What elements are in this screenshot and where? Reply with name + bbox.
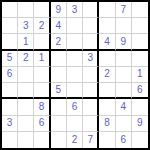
cell-r3c1[interactable]: [2, 34, 18, 50]
cell-r6c3[interactable]: [34, 83, 50, 99]
cell-r3c9[interactable]: [132, 34, 148, 50]
cell-r8c3[interactable]: 6: [34, 116, 50, 132]
cell-r2c7[interactable]: [99, 18, 115, 34]
cell-r5c3[interactable]: [34, 67, 50, 83]
cell-r4c7[interactable]: [99, 51, 115, 67]
cell-r2c5[interactable]: [67, 18, 83, 34]
cell-r4c3[interactable]: 1: [34, 51, 50, 67]
cell-r4c4[interactable]: [51, 51, 67, 67]
cell-r6c5[interactable]: [67, 83, 83, 99]
cell-r4c6[interactable]: 3: [83, 51, 99, 67]
cell-r7c8[interactable]: 4: [116, 99, 132, 115]
cell-r7c9[interactable]: [132, 99, 148, 115]
cell-r9c9[interactable]: [132, 132, 148, 148]
cell-r9c5[interactable]: 2: [67, 132, 83, 148]
cell-r4c8[interactable]: [116, 51, 132, 67]
cell-r4c5[interactable]: [67, 51, 83, 67]
cell-r5c7[interactable]: 2: [99, 67, 115, 83]
cell-r8c2[interactable]: [18, 116, 34, 132]
cell-r1c6[interactable]: [83, 2, 99, 18]
cell-r2c8[interactable]: [116, 18, 132, 34]
cell-r3c4[interactable]: 2: [51, 34, 67, 50]
cell-r9c8[interactable]: 6: [116, 132, 132, 148]
cell-r1c9[interactable]: [132, 2, 148, 18]
cell-r3c2[interactable]: 1: [18, 34, 34, 50]
cell-r5c2[interactable]: [18, 67, 34, 83]
cell-r2c1[interactable]: [2, 18, 18, 34]
cell-r4c1[interactable]: 5: [2, 51, 18, 67]
cell-r2c9[interactable]: [132, 18, 148, 34]
cell-r9c7[interactable]: [99, 132, 115, 148]
cell-r6c2[interactable]: [18, 83, 34, 99]
cell-r5c6[interactable]: [83, 67, 99, 83]
cell-r7c1[interactable]: [2, 99, 18, 115]
cell-r1c3[interactable]: [34, 2, 50, 18]
cell-r1c8[interactable]: 7: [116, 2, 132, 18]
cell-r6c8[interactable]: [116, 83, 132, 99]
cell-r5c5[interactable]: [67, 67, 83, 83]
cell-r8c6[interactable]: [83, 116, 99, 132]
cell-r5c1[interactable]: 6: [2, 67, 18, 83]
cell-r8c4[interactable]: [51, 116, 67, 132]
cell-r6c1[interactable]: [2, 83, 18, 99]
cell-r1c2[interactable]: [18, 2, 34, 18]
cell-r9c4[interactable]: [51, 132, 67, 148]
cell-r1c7[interactable]: [99, 2, 115, 18]
cell-r5c9[interactable]: 1: [132, 67, 148, 83]
cell-r8c7[interactable]: 8: [99, 116, 115, 132]
cell-r6c7[interactable]: [99, 83, 115, 99]
cell-r3c3[interactable]: [34, 34, 50, 50]
cell-r8c5[interactable]: [67, 116, 83, 132]
cell-r7c3[interactable]: 8: [34, 99, 50, 115]
cell-r6c9[interactable]: 6: [132, 83, 148, 99]
cell-r7c4[interactable]: [51, 99, 67, 115]
cell-r3c6[interactable]: [83, 34, 99, 50]
cell-r8c1[interactable]: 3: [2, 116, 18, 132]
cell-r8c9[interactable]: 9: [132, 116, 148, 132]
cell-r9c6[interactable]: 7: [83, 132, 99, 148]
cell-r2c2[interactable]: 3: [18, 18, 34, 34]
cell-r7c7[interactable]: [99, 99, 115, 115]
cell-r3c5[interactable]: [67, 34, 83, 50]
cell-r2c6[interactable]: [83, 18, 99, 34]
cell-r2c4[interactable]: 4: [51, 18, 67, 34]
cell-r9c3[interactable]: [34, 132, 50, 148]
cell-r8c8[interactable]: [116, 116, 132, 132]
cell-r1c5[interactable]: 3: [67, 2, 83, 18]
cell-r6c4[interactable]: 5: [51, 83, 67, 99]
cell-r3c8[interactable]: 9: [116, 34, 132, 50]
cell-r7c5[interactable]: 6: [67, 99, 83, 115]
cell-r9c2[interactable]: [18, 132, 34, 148]
cell-r1c1[interactable]: [2, 2, 18, 18]
cell-r4c2[interactable]: 2: [18, 51, 34, 67]
cell-r3c7[interactable]: 4: [99, 34, 115, 50]
cell-r5c8[interactable]: [116, 67, 132, 83]
cell-r4c9[interactable]: [132, 51, 148, 67]
cell-r5c4[interactable]: [51, 67, 67, 83]
cell-r1c4[interactable]: 9: [51, 2, 67, 18]
cell-r2c3[interactable]: 2: [34, 18, 50, 34]
cell-r6c6[interactable]: [83, 83, 99, 99]
cell-r9c1[interactable]: [2, 132, 18, 148]
sudoku-board: 93732412495213621568643689276: [0, 0, 150, 150]
cell-r7c6[interactable]: [83, 99, 99, 115]
cell-r7c2[interactable]: [18, 99, 34, 115]
